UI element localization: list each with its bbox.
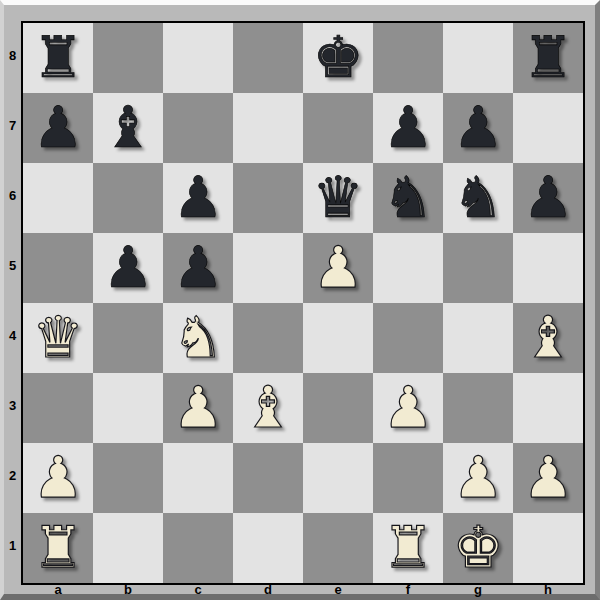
square-g6[interactable]: ♞ (443, 163, 513, 233)
square-a5[interactable] (23, 233, 93, 303)
file-label-c: c (163, 582, 233, 597)
square-c6[interactable]: ♟ (163, 163, 233, 233)
square-d5[interactable] (233, 233, 303, 303)
square-g4[interactable] (443, 303, 513, 373)
piece-black-pawn-b5[interactable]: ♟ (93, 233, 163, 303)
square-a4[interactable]: ♛ (23, 303, 93, 373)
square-b6[interactable] (93, 163, 163, 233)
file-label-d: d (233, 582, 303, 597)
square-b7[interactable]: ♝ (93, 93, 163, 163)
piece-white-pawn-a2[interactable]: ♟ (23, 443, 93, 513)
square-f2[interactable] (373, 443, 443, 513)
square-d4[interactable] (233, 303, 303, 373)
piece-white-rook-f1[interactable]: ♜ (373, 513, 443, 583)
piece-black-pawn-c5[interactable]: ♟ (163, 233, 233, 303)
square-f7[interactable]: ♟ (373, 93, 443, 163)
piece-black-pawn-g7[interactable]: ♟ (443, 93, 513, 163)
piece-white-pawn-c3[interactable]: ♟ (163, 373, 233, 443)
piece-black-pawn-a7[interactable]: ♟ (23, 93, 93, 163)
square-e1[interactable] (303, 513, 373, 583)
square-f1[interactable]: ♜ (373, 513, 443, 583)
square-f5[interactable] (373, 233, 443, 303)
rank-labels: 87654321 (4, 23, 21, 583)
piece-black-knight-g6[interactable]: ♞ (443, 163, 513, 233)
square-a1[interactable]: ♜ (23, 513, 93, 583)
square-e4[interactable] (303, 303, 373, 373)
square-b2[interactable] (93, 443, 163, 513)
file-label-h: h (513, 582, 583, 597)
piece-white-pawn-e5[interactable]: ♟ (303, 233, 373, 303)
piece-white-pawn-f3[interactable]: ♟ (373, 373, 443, 443)
square-d6[interactable] (233, 163, 303, 233)
square-e5[interactable]: ♟ (303, 233, 373, 303)
square-e2[interactable] (303, 443, 373, 513)
square-c4[interactable]: ♞ (163, 303, 233, 373)
square-g1[interactable]: ♚ (443, 513, 513, 583)
square-b3[interactable] (93, 373, 163, 443)
piece-black-queen-e6[interactable]: ♛ (303, 163, 373, 233)
square-e8[interactable]: ♚ (303, 23, 373, 93)
square-a7[interactable]: ♟ (23, 93, 93, 163)
piece-white-rook-a1[interactable]: ♜ (23, 513, 93, 583)
square-e3[interactable] (303, 373, 373, 443)
square-h2[interactable]: ♟ (513, 443, 583, 513)
board-panel: ♜♚♜♟♝♟♟♟♛♞♞♟♟♟♟♛♞♝♟♝♟♟♟♟♜♜♚ 87654321 abc… (0, 0, 600, 600)
file-label-b: b (93, 582, 163, 597)
rank-label-5: 5 (4, 233, 21, 303)
square-d1[interactable] (233, 513, 303, 583)
file-label-f: f (373, 582, 443, 597)
square-c8[interactable] (163, 23, 233, 93)
piece-black-knight-f6[interactable]: ♞ (373, 163, 443, 233)
piece-white-queen-a4[interactable]: ♛ (23, 303, 93, 373)
square-h3[interactable] (513, 373, 583, 443)
square-f4[interactable] (373, 303, 443, 373)
rank-label-6: 6 (4, 163, 21, 233)
square-c3[interactable]: ♟ (163, 373, 233, 443)
square-h6[interactable]: ♟ (513, 163, 583, 233)
rank-label-1: 1 (4, 513, 21, 583)
piece-black-rook-h8[interactable]: ♜ (513, 23, 583, 93)
piece-white-bishop-d3[interactable]: ♝ (233, 373, 303, 443)
piece-black-bishop-b7[interactable]: ♝ (93, 93, 163, 163)
piece-black-king-e8[interactable]: ♚ (303, 23, 373, 93)
rank-label-4: 4 (4, 303, 21, 373)
square-h4[interactable]: ♝ (513, 303, 583, 373)
square-c7[interactable] (163, 93, 233, 163)
chess-board: ♜♚♜♟♝♟♟♟♛♞♞♟♟♟♟♛♞♝♟♝♟♟♟♟♜♜♚ (21, 21, 585, 585)
square-d3[interactable]: ♝ (233, 373, 303, 443)
piece-white-knight-c4[interactable]: ♞ (163, 303, 233, 373)
square-b1[interactable] (93, 513, 163, 583)
piece-black-pawn-h6[interactable]: ♟ (513, 163, 583, 233)
square-g7[interactable]: ♟ (443, 93, 513, 163)
file-labels: abcdefgh (23, 582, 583, 597)
piece-white-pawn-g2[interactable]: ♟ (443, 443, 513, 513)
square-g3[interactable] (443, 373, 513, 443)
square-h5[interactable] (513, 233, 583, 303)
square-a6[interactable] (23, 163, 93, 233)
piece-black-pawn-f7[interactable]: ♟ (373, 93, 443, 163)
piece-white-bishop-h4[interactable]: ♝ (513, 303, 583, 373)
square-g2[interactable]: ♟ (443, 443, 513, 513)
piece-black-pawn-c6[interactable]: ♟ (163, 163, 233, 233)
square-h8[interactable]: ♜ (513, 23, 583, 93)
file-label-g: g (443, 582, 513, 597)
piece-black-rook-a8[interactable]: ♜ (23, 23, 93, 93)
file-label-a: a (23, 582, 93, 597)
square-f3[interactable]: ♟ (373, 373, 443, 443)
rank-label-3: 3 (4, 373, 21, 443)
square-b8[interactable] (93, 23, 163, 93)
square-e7[interactable] (303, 93, 373, 163)
square-d2[interactable] (233, 443, 303, 513)
square-c5[interactable]: ♟ (163, 233, 233, 303)
square-h1[interactable] (513, 513, 583, 583)
square-b4[interactable] (93, 303, 163, 373)
square-c1[interactable] (163, 513, 233, 583)
square-d7[interactable] (233, 93, 303, 163)
square-f6[interactable]: ♞ (373, 163, 443, 233)
rank-label-2: 2 (4, 443, 21, 513)
square-a8[interactable]: ♜ (23, 23, 93, 93)
square-e6[interactable]: ♛ (303, 163, 373, 233)
rank-label-8: 8 (4, 23, 21, 93)
square-a3[interactable] (23, 373, 93, 443)
square-a2[interactable]: ♟ (23, 443, 93, 513)
rank-label-7: 7 (4, 93, 21, 163)
square-g8[interactable] (443, 23, 513, 93)
square-b5[interactable]: ♟ (93, 233, 163, 303)
square-f8[interactable] (373, 23, 443, 93)
square-c2[interactable] (163, 443, 233, 513)
piece-white-pawn-h2[interactable]: ♟ (513, 443, 583, 513)
piece-white-king-g1[interactable]: ♚ (443, 513, 513, 583)
square-d8[interactable] (233, 23, 303, 93)
square-g5[interactable] (443, 233, 513, 303)
square-h7[interactable] (513, 93, 583, 163)
file-label-e: e (303, 582, 373, 597)
